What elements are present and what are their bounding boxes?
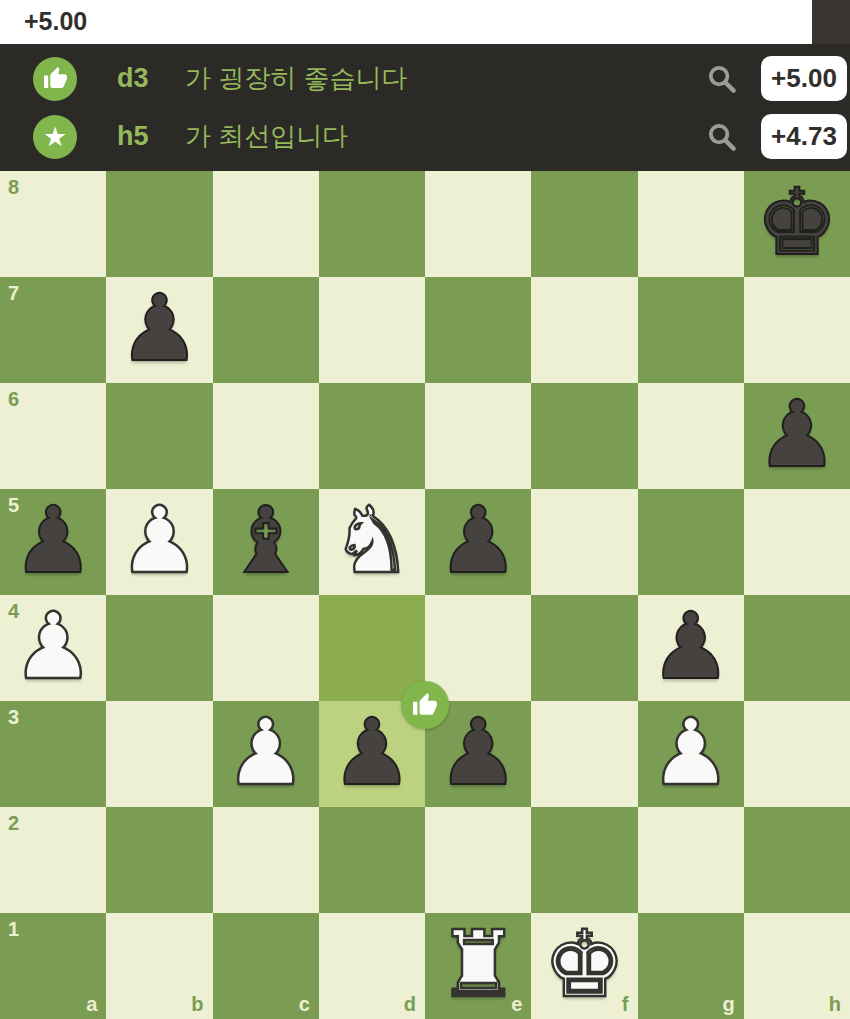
file-label-h: h bbox=[829, 993, 841, 1016]
square-c3[interactable]: ♟ bbox=[213, 701, 319, 807]
square-g6[interactable] bbox=[638, 383, 744, 489]
square-a8[interactable]: 8 bbox=[0, 171, 106, 277]
square-h7[interactable] bbox=[744, 277, 850, 383]
rank-label-4: 4 bbox=[8, 600, 19, 623]
square-g5[interactable] bbox=[638, 489, 744, 595]
square-h6[interactable]: ♟ bbox=[744, 383, 850, 489]
best-move-label: h5 bbox=[117, 121, 179, 152]
played-move-label: d3 bbox=[117, 63, 179, 94]
square-f5[interactable] bbox=[531, 489, 637, 595]
square-g7[interactable] bbox=[638, 277, 744, 383]
black-king-h8: ♚ bbox=[744, 171, 850, 275]
square-a2[interactable]: 2 bbox=[0, 807, 106, 913]
square-f3[interactable] bbox=[531, 701, 637, 807]
file-label-d: d bbox=[404, 993, 416, 1016]
square-b2[interactable] bbox=[106, 807, 212, 913]
square-b5[interactable]: ♟ bbox=[106, 489, 212, 595]
square-a5[interactable]: 5♟ bbox=[0, 489, 106, 595]
square-c4[interactable] bbox=[213, 595, 319, 701]
square-g1[interactable]: g bbox=[638, 913, 744, 1019]
rank-label-8: 8 bbox=[8, 176, 19, 199]
square-d1[interactable]: d bbox=[319, 913, 425, 1019]
square-a3[interactable]: 3 bbox=[0, 701, 106, 807]
square-e8[interactable] bbox=[425, 171, 531, 277]
file-label-c: c bbox=[299, 993, 310, 1016]
square-c6[interactable] bbox=[213, 383, 319, 489]
square-d8[interactable] bbox=[319, 171, 425, 277]
black-pawn-g4: ♟ bbox=[638, 595, 744, 699]
square-b6[interactable] bbox=[106, 383, 212, 489]
feedback-row-best-move: ★ h5 가 최선입니다 +4.73 bbox=[0, 112, 850, 162]
square-a7[interactable]: 7 bbox=[0, 277, 106, 383]
black-pawn-h6: ♟ bbox=[744, 383, 850, 487]
square-h8[interactable]: ♚ bbox=[744, 171, 850, 277]
rank-label-1: 1 bbox=[8, 918, 19, 941]
square-g4[interactable]: ♟ bbox=[638, 595, 744, 701]
square-h2[interactable] bbox=[744, 807, 850, 913]
square-c2[interactable] bbox=[213, 807, 319, 913]
white-pawn-g3: ♟ bbox=[638, 701, 744, 805]
square-f4[interactable] bbox=[531, 595, 637, 701]
move-feedback-panel: d3 가 굉장히 좋습니다 +5.00 ★ h5 가 최선입니다 +4.73 bbox=[0, 44, 850, 171]
best-move-eval-badge: +4.73 bbox=[761, 114, 847, 159]
square-f7[interactable] bbox=[531, 277, 637, 383]
rank-label-5: 5 bbox=[8, 494, 19, 517]
black-pawn-e5: ♟ bbox=[425, 489, 531, 593]
top-corner-block bbox=[812, 0, 850, 44]
square-b8[interactable] bbox=[106, 171, 212, 277]
file-label-g: g bbox=[723, 993, 735, 1016]
square-a1[interactable]: 1a bbox=[0, 913, 106, 1019]
square-e2[interactable] bbox=[425, 807, 531, 913]
square-h3[interactable] bbox=[744, 701, 850, 807]
square-d2[interactable] bbox=[319, 807, 425, 913]
file-label-e: e bbox=[511, 993, 522, 1016]
square-d6[interactable] bbox=[319, 383, 425, 489]
rank-label-2: 2 bbox=[8, 812, 19, 835]
chess-board: 8♚7♟6♟5♟♟♝♞♟4♟♟3♟♟♟♟21abcde♜f♚gh bbox=[0, 171, 850, 1019]
file-label-a: a bbox=[86, 993, 97, 1016]
square-f2[interactable] bbox=[531, 807, 637, 913]
square-f8[interactable] bbox=[531, 171, 637, 277]
rank-label-7: 7 bbox=[8, 282, 19, 305]
square-b1[interactable]: b bbox=[106, 913, 212, 1019]
square-e5[interactable]: ♟ bbox=[425, 489, 531, 595]
played-move-eval-badge: +5.00 bbox=[761, 56, 847, 101]
analysis-screen: +5.00 d3 가 굉장히 좋습니다 +5.00 ★ h5 가 최선입니다 bbox=[0, 0, 850, 1019]
star-icon: ★ bbox=[33, 115, 77, 159]
move-classification-badge bbox=[401, 681, 449, 729]
square-e6[interactable] bbox=[425, 383, 531, 489]
black-pawn-b7: ♟ bbox=[106, 277, 212, 381]
rank-label-3: 3 bbox=[8, 706, 19, 729]
square-h4[interactable] bbox=[744, 595, 850, 701]
square-f1[interactable]: f♚ bbox=[531, 913, 637, 1019]
square-b3[interactable] bbox=[106, 701, 212, 807]
square-h5[interactable] bbox=[744, 489, 850, 595]
played-move-comment: 가 굉장히 좋습니다 bbox=[185, 61, 407, 96]
square-g8[interactable] bbox=[638, 171, 744, 277]
square-h1[interactable]: h bbox=[744, 913, 850, 1019]
thumbs-up-icon bbox=[33, 57, 77, 101]
square-a4[interactable]: 4♟ bbox=[0, 595, 106, 701]
square-c1[interactable]: c bbox=[213, 913, 319, 1019]
best-move-comment: 가 최선입니다 bbox=[185, 119, 348, 154]
square-c8[interactable] bbox=[213, 171, 319, 277]
square-c5[interactable]: ♝ bbox=[213, 489, 319, 595]
square-b7[interactable]: ♟ bbox=[106, 277, 212, 383]
magnifier-icon[interactable] bbox=[705, 62, 739, 96]
square-d7[interactable] bbox=[319, 277, 425, 383]
square-c7[interactable] bbox=[213, 277, 319, 383]
white-knight-d5: ♞ bbox=[319, 489, 425, 593]
file-label-b: b bbox=[191, 993, 203, 1016]
square-g3[interactable]: ♟ bbox=[638, 701, 744, 807]
black-bishop-c5: ♝ bbox=[213, 489, 319, 593]
white-pawn-c3: ♟ bbox=[213, 701, 319, 805]
square-b4[interactable] bbox=[106, 595, 212, 701]
square-g2[interactable] bbox=[638, 807, 744, 913]
evaluation-score: +5.00 bbox=[24, 0, 87, 42]
square-e7[interactable] bbox=[425, 277, 531, 383]
magnifier-icon[interactable] bbox=[705, 120, 739, 154]
square-e1[interactable]: e♜ bbox=[425, 913, 531, 1019]
white-pawn-b5: ♟ bbox=[106, 489, 212, 593]
feedback-row-played-move: d3 가 굉장히 좋습니다 +5.00 bbox=[0, 54, 850, 104]
square-f6[interactable] bbox=[531, 383, 637, 489]
file-label-f: f bbox=[622, 993, 629, 1016]
square-a6[interactable]: 6 bbox=[0, 383, 106, 489]
square-e4[interactable] bbox=[425, 595, 531, 701]
rank-label-6: 6 bbox=[8, 388, 19, 411]
square-d4[interactable] bbox=[319, 595, 425, 701]
square-d5[interactable]: ♞ bbox=[319, 489, 425, 595]
top-eval-bar: +5.00 bbox=[0, 0, 850, 44]
star-glyph: ★ bbox=[43, 123, 67, 150]
